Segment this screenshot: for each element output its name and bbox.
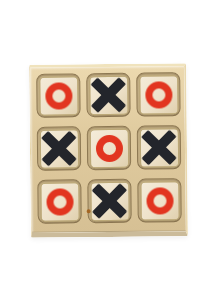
wood-tile	[139, 75, 178, 114]
board-grid	[30, 66, 186, 224]
piece-o	[146, 187, 173, 214]
wood-tile	[89, 128, 128, 167]
wood-tile	[40, 182, 79, 221]
cell-r2c1[interactable]	[37, 126, 81, 170]
wood-tile	[39, 76, 78, 115]
piece-o	[46, 188, 73, 215]
piece-o	[45, 82, 72, 109]
wood-tile	[39, 129, 78, 168]
cell-r2c3[interactable]	[137, 125, 181, 169]
piece-x	[142, 130, 176, 164]
tic-tac-toe-board	[29, 63, 188, 238]
cell-r3c2[interactable]	[87, 179, 131, 223]
wood-tile	[89, 75, 128, 114]
wood-tile	[90, 181, 129, 220]
photo-canvas	[0, 0, 214, 300]
wood-tile	[140, 181, 179, 220]
piece-o	[95, 134, 122, 161]
cell-r3c3[interactable]	[137, 178, 181, 222]
piece-x	[91, 78, 125, 112]
wood-tile	[139, 128, 178, 167]
cell-r1c1[interactable]	[36, 73, 80, 117]
piece-x	[42, 131, 76, 165]
cell-r2c2[interactable]	[87, 126, 131, 170]
cell-r3c1[interactable]	[37, 179, 81, 223]
cell-r1c3[interactable]	[136, 72, 180, 116]
cell-r1c2[interactable]	[86, 73, 130, 117]
wood-knot	[87, 209, 91, 213]
piece-o	[145, 81, 172, 108]
piece-x	[92, 184, 126, 218]
